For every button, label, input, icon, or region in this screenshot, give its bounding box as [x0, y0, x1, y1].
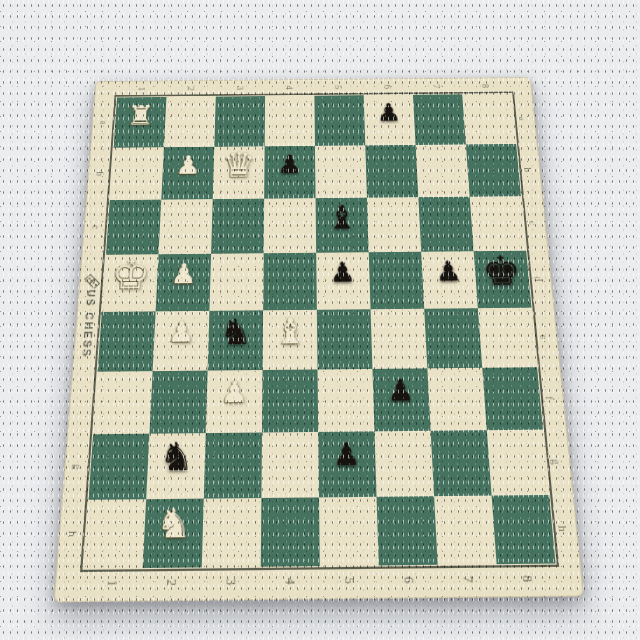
- square-b1[interactable]: [110, 147, 164, 200]
- square-c5[interactable]: ♝: [316, 198, 369, 253]
- square-a4[interactable]: [265, 96, 315, 147]
- square-b6[interactable]: [365, 145, 418, 198]
- square-d5[interactable]: ♟: [316, 252, 370, 310]
- black-king[interactable]: ♚: [481, 251, 523, 292]
- square-e8[interactable]: [478, 308, 537, 368]
- square-b8[interactable]: [466, 144, 521, 197]
- rank-labels-bottom: 12345678: [82, 565, 559, 598]
- square-h5[interactable]: [319, 497, 379, 566]
- white-bishop[interactable]: ♝: [273, 313, 306, 349]
- square-d3[interactable]: [209, 253, 263, 311]
- square-d7[interactable]: ♟: [421, 251, 478, 309]
- square-e1[interactable]: [98, 311, 156, 371]
- square-f1[interactable]: [93, 371, 152, 434]
- square-c8[interactable]: [470, 196, 526, 251]
- square-f8[interactable]: [482, 367, 543, 430]
- square-h6[interactable]: [377, 496, 438, 565]
- black-bishop[interactable]: ♝: [326, 201, 359, 234]
- table-surface: 12345678 12345678 abcgh abcdefgh US CHES…: [0, 0, 640, 640]
- square-h7[interactable]: [434, 496, 497, 565]
- square-h1[interactable]: [84, 499, 147, 568]
- square-e3[interactable]: ♞: [208, 310, 264, 370]
- square-d8[interactable]: ♚: [474, 251, 532, 308]
- us-chess-border-text: US CHESS: [80, 286, 98, 362]
- square-h3[interactable]: [202, 498, 262, 567]
- square-d2[interactable]: ♟: [156, 254, 211, 312]
- chess-board: 12345678 12345678 abcgh abcdefgh US CHES…: [54, 77, 585, 602]
- square-c2[interactable]: [159, 199, 213, 254]
- square-b3[interactable]: ♛: [213, 146, 265, 199]
- white-pawn[interactable]: ♟: [168, 318, 196, 347]
- square-f4[interactable]: [262, 369, 318, 432]
- rank-labels-top: 12345678: [117, 79, 511, 96]
- square-f3[interactable]: ♟: [206, 370, 263, 433]
- square-a2[interactable]: [164, 97, 216, 148]
- square-f7[interactable]: [427, 368, 486, 431]
- square-a8[interactable]: [462, 94, 516, 145]
- square-g1[interactable]: [88, 434, 149, 500]
- white-pawn[interactable]: ♟: [170, 260, 198, 288]
- square-b7[interactable]: [416, 144, 470, 197]
- square-e5[interactable]: [317, 309, 373, 369]
- square-e2[interactable]: ♟: [153, 311, 210, 371]
- square-b5[interactable]: [315, 145, 367, 198]
- black-pawn[interactable]: ♟: [386, 375, 415, 405]
- black-knight[interactable]: ♞: [158, 437, 194, 476]
- square-e4[interactable]: ♝: [263, 310, 318, 370]
- square-c1[interactable]: [106, 200, 161, 255]
- square-d1[interactable]: ♚: [102, 254, 159, 312]
- playing-grid: ♜♟♟♛♟♝♚♟♟♟♚♟♞♝♟♟♞♟♞: [84, 94, 556, 569]
- square-a5[interactable]: [314, 95, 365, 146]
- square-a7[interactable]: [413, 94, 466, 145]
- square-g7[interactable]: [431, 430, 492, 496]
- white-pawn[interactable]: ♟: [175, 153, 201, 178]
- square-g5[interactable]: ♟: [318, 431, 376, 497]
- square-f5[interactable]: [318, 369, 375, 432]
- square-d6[interactable]: [369, 252, 424, 310]
- white-rook[interactable]: ♜: [126, 102, 155, 129]
- white-queen[interactable]: ♛: [221, 148, 256, 183]
- black-pawn[interactable]: ♟: [332, 439, 361, 471]
- square-a3[interactable]: [214, 96, 265, 147]
- square-c7[interactable]: [418, 197, 473, 252]
- square-h4[interactable]: [261, 497, 320, 566]
- square-b4[interactable]: ♟: [264, 146, 315, 199]
- white-king[interactable]: ♚: [110, 254, 151, 295]
- square-c6[interactable]: [367, 197, 421, 252]
- square-g8[interactable]: [487, 430, 549, 496]
- black-pawn[interactable]: ♟: [277, 152, 302, 177]
- black-knight[interactable]: ♞: [219, 314, 253, 350]
- square-g3[interactable]: [204, 433, 262, 499]
- white-pawn[interactable]: ♟: [220, 377, 248, 407]
- black-pawn[interactable]: ♟: [329, 259, 356, 287]
- square-c4[interactable]: [264, 198, 317, 253]
- square-f2[interactable]: [149, 371, 207, 434]
- square-d4[interactable]: [263, 253, 317, 311]
- white-knight[interactable]: ♞: [155, 503, 192, 544]
- square-a6[interactable]: ♟: [364, 95, 416, 146]
- square-e6[interactable]: [371, 309, 428, 369]
- square-e7[interactable]: [424, 308, 482, 368]
- square-b2[interactable]: ♟: [161, 147, 214, 200]
- square-g6[interactable]: [374, 431, 434, 497]
- square-g4[interactable]: [261, 432, 319, 498]
- square-c3[interactable]: [211, 199, 264, 254]
- square-g2[interactable]: ♞: [146, 433, 206, 499]
- black-pawn[interactable]: ♟: [376, 100, 402, 124]
- square-f6[interactable]: ♟: [372, 368, 430, 431]
- square-h8[interactable]: [492, 495, 556, 564]
- black-pawn[interactable]: ♟: [435, 258, 463, 286]
- square-h2[interactable]: ♞: [143, 499, 204, 568]
- square-a1[interactable]: ♜: [114, 97, 167, 148]
